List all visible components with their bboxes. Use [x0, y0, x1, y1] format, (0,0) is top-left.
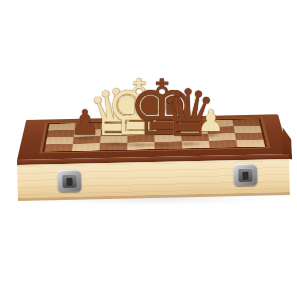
chess-set-product-photo: Closed folding wooden chess box with six… [0, 0, 297, 300]
light-pawn-piece: ♟ [198, 106, 225, 136]
board-square [236, 140, 265, 148]
board-square [44, 144, 73, 152]
metal-clasp-right-icon [233, 164, 257, 187]
metal-clasp-left-icon [57, 170, 81, 193]
box-front-panel [17, 159, 290, 201]
